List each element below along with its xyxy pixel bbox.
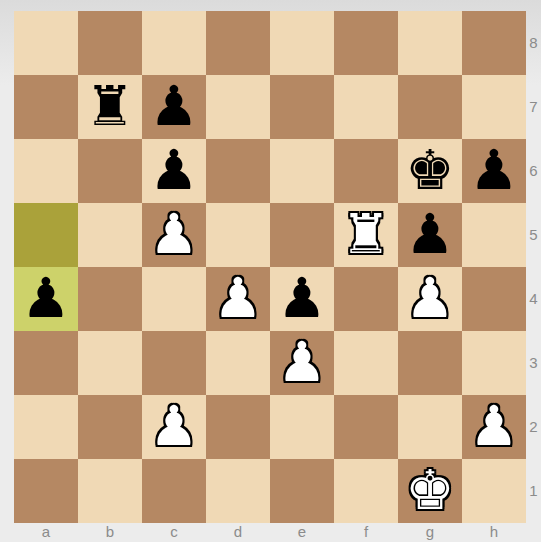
square-h8[interactable] xyxy=(462,11,526,75)
square-g7[interactable] xyxy=(398,75,462,139)
rank-label-5: 5 xyxy=(526,203,541,267)
file-label-a: a xyxy=(14,523,78,542)
piece-black-pawn-c6[interactable]: ♟ xyxy=(142,139,206,203)
square-c6[interactable]: ♟ xyxy=(142,139,206,203)
piece-white-king-g1[interactable]: ♚ xyxy=(398,459,462,523)
square-h4[interactable] xyxy=(462,267,526,331)
square-f8[interactable] xyxy=(334,11,398,75)
square-e5[interactable] xyxy=(270,203,334,267)
rank-label-1: 1 xyxy=(526,459,541,523)
square-h1[interactable] xyxy=(462,459,526,523)
square-c2[interactable]: ♟ xyxy=(142,395,206,459)
square-g8[interactable] xyxy=(398,11,462,75)
piece-white-pawn-c5[interactable]: ♟ xyxy=(142,203,206,267)
square-e2[interactable] xyxy=(270,395,334,459)
square-c8[interactable] xyxy=(142,11,206,75)
square-a2[interactable] xyxy=(14,395,78,459)
square-b6[interactable] xyxy=(78,139,142,203)
file-label-h: h xyxy=(462,523,526,542)
square-a6[interactable] xyxy=(14,139,78,203)
square-g3[interactable] xyxy=(398,331,462,395)
rank-label-4: 4 xyxy=(526,267,541,331)
rank-label-3: 3 xyxy=(526,331,541,395)
piece-white-rook-f5[interactable]: ♜ xyxy=(334,203,398,267)
square-f4[interactable] xyxy=(334,267,398,331)
piece-black-pawn-c7[interactable]: ♟ xyxy=(142,75,206,139)
square-d1[interactable] xyxy=(206,459,270,523)
square-e7[interactable] xyxy=(270,75,334,139)
square-b5[interactable] xyxy=(78,203,142,267)
square-c4[interactable] xyxy=(142,267,206,331)
square-d8[interactable] xyxy=(206,11,270,75)
square-e3[interactable]: ♟ xyxy=(270,331,334,395)
square-f3[interactable] xyxy=(334,331,398,395)
square-d5[interactable] xyxy=(206,203,270,267)
piece-black-pawn-e4[interactable]: ♟ xyxy=(270,267,334,331)
piece-white-pawn-d4[interactable]: ♟ xyxy=(206,267,270,331)
rank-label-7: 7 xyxy=(526,75,541,139)
file-label-c: c xyxy=(142,523,206,542)
rank-label-2: 2 xyxy=(526,395,541,459)
square-f7[interactable] xyxy=(334,75,398,139)
square-f5[interactable]: ♜ xyxy=(334,203,398,267)
square-e6[interactable] xyxy=(270,139,334,203)
piece-white-pawn-g4[interactable]: ♟ xyxy=(398,267,462,331)
square-b7[interactable]: ♜ xyxy=(78,75,142,139)
file-label-f: f xyxy=(334,523,398,542)
piece-black-pawn-h6[interactable]: ♟ xyxy=(462,139,526,203)
piece-black-king-g6[interactable]: ♚ xyxy=(398,139,462,203)
square-a8[interactable] xyxy=(14,11,78,75)
square-e4[interactable]: ♟ xyxy=(270,267,334,331)
square-g4[interactable]: ♟ xyxy=(398,267,462,331)
square-a4[interactable]: ♟ xyxy=(14,267,78,331)
square-b8[interactable] xyxy=(78,11,142,75)
square-d4[interactable]: ♟ xyxy=(206,267,270,331)
square-d7[interactable] xyxy=(206,75,270,139)
piece-white-pawn-c2[interactable]: ♟ xyxy=(142,395,206,459)
square-d2[interactable] xyxy=(206,395,270,459)
square-b2[interactable] xyxy=(78,395,142,459)
piece-white-pawn-e3[interactable]: ♟ xyxy=(270,331,334,395)
file-label-d: d xyxy=(206,523,270,542)
square-c3[interactable] xyxy=(142,331,206,395)
square-b4[interactable] xyxy=(78,267,142,331)
square-f1[interactable] xyxy=(334,459,398,523)
file-label-e: e xyxy=(270,523,334,542)
piece-black-rook-b7[interactable]: ♜ xyxy=(78,75,142,139)
square-d3[interactable] xyxy=(206,331,270,395)
square-c7[interactable]: ♟ xyxy=(142,75,206,139)
square-c5[interactable]: ♟ xyxy=(142,203,206,267)
square-h2[interactable]: ♟ xyxy=(462,395,526,459)
rank-label-6: 6 xyxy=(526,139,541,203)
square-h7[interactable] xyxy=(462,75,526,139)
file-label-b: b xyxy=(78,523,142,542)
square-g1[interactable]: ♚ xyxy=(398,459,462,523)
square-a1[interactable] xyxy=(14,459,78,523)
rank-label-8: 8 xyxy=(526,11,541,75)
square-g6[interactable]: ♚ xyxy=(398,139,462,203)
square-h6[interactable]: ♟ xyxy=(462,139,526,203)
square-h5[interactable] xyxy=(462,203,526,267)
square-c1[interactable] xyxy=(142,459,206,523)
square-d6[interactable] xyxy=(206,139,270,203)
square-f6[interactable] xyxy=(334,139,398,203)
page-background: ♜♟♟♚♟♟♜♟♟♟♟♟♟♟♟♚ abcdefgh87654321 xyxy=(0,0,541,542)
square-g2[interactable] xyxy=(398,395,462,459)
piece-black-pawn-g5[interactable]: ♟ xyxy=(398,203,462,267)
square-a7[interactable] xyxy=(14,75,78,139)
chess-board: ♜♟♟♚♟♟♜♟♟♟♟♟♟♟♟♚ xyxy=(14,11,526,523)
square-a3[interactable] xyxy=(14,331,78,395)
square-f2[interactable] xyxy=(334,395,398,459)
piece-black-pawn-a4[interactable]: ♟ xyxy=(14,267,78,331)
square-h3[interactable] xyxy=(462,331,526,395)
square-e8[interactable] xyxy=(270,11,334,75)
square-e1[interactable] xyxy=(270,459,334,523)
piece-white-pawn-h2[interactable]: ♟ xyxy=(462,395,526,459)
square-g5[interactable]: ♟ xyxy=(398,203,462,267)
square-a5[interactable] xyxy=(14,203,78,267)
square-b1[interactable] xyxy=(78,459,142,523)
file-label-g: g xyxy=(398,523,462,542)
square-b3[interactable] xyxy=(78,331,142,395)
